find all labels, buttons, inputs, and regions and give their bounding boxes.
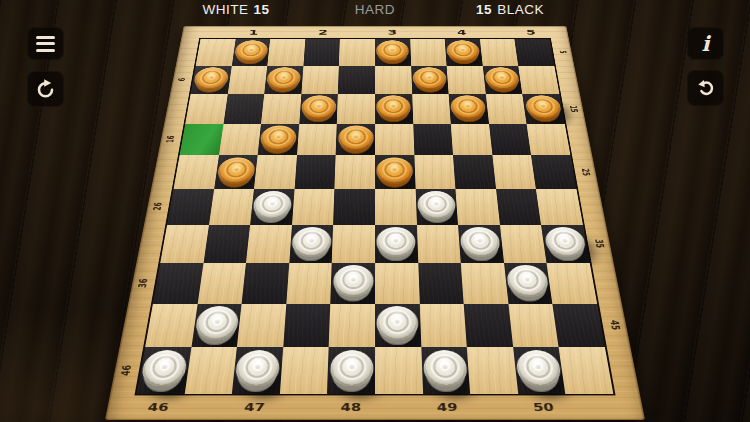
- undo-icon: [695, 77, 717, 99]
- square-17[interactable]: [258, 124, 299, 156]
- board-coordinate-label: 50: [532, 402, 554, 414]
- light-square: [527, 124, 571, 156]
- black-piece[interactable]: [338, 126, 374, 151]
- light-square: [412, 94, 451, 124]
- square-29[interactable]: [415, 189, 458, 225]
- black-piece[interactable]: [216, 157, 256, 183]
- square-18[interactable]: [336, 124, 375, 156]
- board-coordinate-label: 46: [119, 365, 135, 376]
- black-piece[interactable]: [412, 67, 447, 89]
- light-square: [486, 94, 527, 124]
- light-square: [480, 39, 519, 66]
- white-piece[interactable]: [291, 227, 332, 257]
- white-piece[interactable]: [423, 350, 468, 387]
- white-piece[interactable]: [543, 227, 587, 257]
- white-piece[interactable]: [515, 350, 563, 387]
- light-square: [209, 189, 254, 225]
- square-41[interactable]: [191, 304, 242, 348]
- black-piece[interactable]: [484, 67, 520, 89]
- light-square: [160, 225, 208, 263]
- square-24[interactable]: [453, 155, 496, 189]
- square-12[interactable]: [299, 94, 338, 124]
- light-square: [467, 347, 518, 394]
- board-coordinate-label: 4: [457, 28, 467, 36]
- difficulty-label: HARD: [338, 0, 412, 18]
- square-20[interactable]: [489, 124, 531, 156]
- light-square: [518, 66, 559, 94]
- square-6[interactable]: [191, 66, 232, 94]
- info-icon: i: [702, 33, 710, 54]
- light-square: [375, 347, 423, 394]
- white-piece[interactable]: [377, 227, 417, 257]
- light-square: [547, 263, 597, 304]
- light-square: [447, 66, 486, 94]
- board-coordinate-label: 1: [248, 28, 258, 36]
- black-piece[interactable]: [446, 40, 481, 61]
- light-square: [335, 155, 375, 189]
- square-46[interactable]: [137, 347, 191, 394]
- square-44[interactable]: [464, 304, 513, 348]
- light-square: [337, 94, 375, 124]
- board-coordinate-label: 36: [136, 278, 150, 287]
- light-square: [246, 225, 292, 263]
- black-score: 15 BLACK: [448, 0, 572, 18]
- square-5[interactable]: [515, 39, 555, 66]
- light-square: [559, 347, 613, 394]
- square-8[interactable]: [338, 66, 375, 94]
- light-square: [417, 225, 461, 263]
- square-48[interactable]: [327, 347, 375, 394]
- light-square: [414, 155, 456, 189]
- light-square: [456, 189, 500, 225]
- board-coordinate-label: 26: [151, 203, 164, 211]
- square-19[interactable]: [413, 124, 453, 156]
- light-square: [375, 189, 417, 225]
- white-piece[interactable]: [194, 306, 240, 340]
- square-36[interactable]: [153, 263, 203, 304]
- board-coordinate-label: 45: [607, 320, 622, 330]
- light-square: [227, 66, 267, 94]
- light-square: [451, 124, 492, 156]
- white-score: WHITE 15: [170, 0, 302, 18]
- board-coordinate-label: 25: [579, 168, 592, 176]
- light-square: [339, 39, 375, 66]
- light-square: [375, 124, 414, 156]
- light-square: [197, 263, 246, 304]
- square-10[interactable]: [483, 66, 523, 94]
- white-piece[interactable]: [417, 191, 456, 219]
- black-piece[interactable]: [193, 67, 230, 89]
- black-piece[interactable]: [233, 40, 268, 61]
- board-coordinate-label: 15: [568, 105, 580, 112]
- light-square: [375, 66, 412, 94]
- white-piece[interactable]: [329, 350, 373, 387]
- square-34[interactable]: [458, 225, 504, 263]
- black-piece[interactable]: [376, 157, 413, 183]
- square-7[interactable]: [264, 66, 303, 94]
- undo-button[interactable]: [687, 70, 724, 106]
- rotate-board-button[interactable]: [27, 71, 64, 107]
- light-square: [280, 347, 329, 394]
- board-coordinate-label: 35: [592, 239, 606, 248]
- square-43[interactable]: [375, 304, 421, 348]
- light-square: [196, 39, 236, 66]
- light-square: [267, 39, 305, 66]
- square-26[interactable]: [167, 189, 214, 225]
- white-piece[interactable]: [252, 191, 292, 219]
- square-39[interactable]: [418, 263, 464, 304]
- light-square: [419, 304, 467, 348]
- square-27[interactable]: [250, 189, 294, 225]
- black-piece[interactable]: [376, 40, 409, 61]
- black-piece[interactable]: [376, 96, 411, 119]
- light-square: [286, 263, 332, 304]
- hamburger-icon: [36, 36, 55, 52]
- square-38[interactable]: [331, 263, 375, 304]
- white-piece[interactable]: [460, 227, 502, 257]
- light-square: [237, 304, 286, 348]
- white-count: 15: [253, 2, 269, 17]
- light-square: [536, 189, 583, 225]
- square-16[interactable]: [180, 124, 224, 156]
- light-square: [261, 94, 301, 124]
- black-piece[interactable]: [301, 96, 337, 119]
- square-23[interactable]: [375, 155, 415, 189]
- board-coordinate-label: 16: [164, 136, 176, 143]
- square-11[interactable]: [223, 94, 264, 124]
- board-coordinate-label: 5: [557, 51, 568, 54]
- square-32[interactable]: [289, 225, 333, 263]
- light-square: [461, 263, 508, 304]
- square-28[interactable]: [333, 189, 375, 225]
- board-coordinate-label: 5: [526, 28, 537, 36]
- light-square: [254, 155, 297, 189]
- square-3[interactable]: [375, 39, 411, 66]
- square-21[interactable]: [214, 155, 258, 189]
- light-square: [174, 155, 219, 189]
- square-35[interactable]: [541, 225, 589, 263]
- wood-background: WHITE 15 HARD 15 BLACK i 123454647484950…: [0, 0, 750, 422]
- white-piece[interactable]: [140, 350, 189, 387]
- light-square: [500, 225, 547, 263]
- light-square: [375, 263, 419, 304]
- square-31[interactable]: [203, 225, 250, 263]
- board-coordinate-label: 49: [437, 402, 458, 414]
- square-42[interactable]: [283, 304, 331, 348]
- black-piece[interactable]: [266, 67, 302, 89]
- square-50[interactable]: [513, 347, 566, 394]
- info-button[interactable]: i: [687, 27, 724, 60]
- square-47[interactable]: [232, 347, 283, 394]
- square-14[interactable]: [449, 94, 489, 124]
- square-30[interactable]: [496, 189, 541, 225]
- light-square: [492, 155, 536, 189]
- board-coordinate-label: 6: [176, 78, 187, 81]
- black-piece[interactable]: [450, 96, 487, 119]
- light-square: [184, 347, 237, 394]
- square-4[interactable]: [445, 39, 483, 66]
- square-9[interactable]: [411, 66, 449, 94]
- square-40[interactable]: [504, 263, 553, 304]
- light-square: [410, 39, 447, 66]
- white-piece[interactable]: [235, 350, 282, 387]
- board-coordinate-label: 2: [318, 28, 328, 36]
- rotate-icon: [34, 78, 57, 101]
- light-square: [145, 304, 197, 348]
- light-square: [219, 124, 261, 156]
- board-scene: 123454647484950616263646515253545: [0, 0, 750, 422]
- square-22[interactable]: [294, 155, 336, 189]
- board: 123454647484950616263646515253545: [105, 26, 645, 420]
- board-coordinate-label: 48: [340, 402, 361, 414]
- square-1[interactable]: [232, 39, 271, 66]
- black-label: BLACK: [497, 2, 544, 17]
- light-square: [301, 66, 339, 94]
- light-square: [297, 124, 337, 156]
- square-15[interactable]: [522, 94, 564, 124]
- white-piece[interactable]: [332, 265, 373, 297]
- board-coordinate-label: 46: [147, 402, 170, 414]
- light-square: [508, 304, 559, 348]
- light-square: [329, 304, 375, 348]
- black-piece[interactable]: [260, 126, 298, 151]
- white-piece[interactable]: [506, 265, 550, 297]
- square-37[interactable]: [242, 263, 289, 304]
- square-25[interactable]: [531, 155, 576, 189]
- square-45[interactable]: [553, 304, 605, 348]
- black-count: 15: [476, 2, 492, 17]
- light-square: [185, 94, 227, 124]
- light-square: [332, 225, 375, 263]
- white-label: WHITE: [202, 2, 248, 17]
- black-piece[interactable]: [524, 96, 562, 119]
- square-33[interactable]: [375, 225, 418, 263]
- menu-button[interactable]: [27, 27, 64, 60]
- board-grid: [134, 38, 615, 395]
- square-2[interactable]: [303, 39, 340, 66]
- square-13[interactable]: [375, 94, 413, 124]
- light-square: [292, 189, 335, 225]
- board-coordinate-label: 3: [388, 28, 398, 36]
- square-49[interactable]: [421, 347, 470, 394]
- white-piece[interactable]: [377, 306, 419, 340]
- board-coordinate-label: 47: [244, 402, 266, 414]
